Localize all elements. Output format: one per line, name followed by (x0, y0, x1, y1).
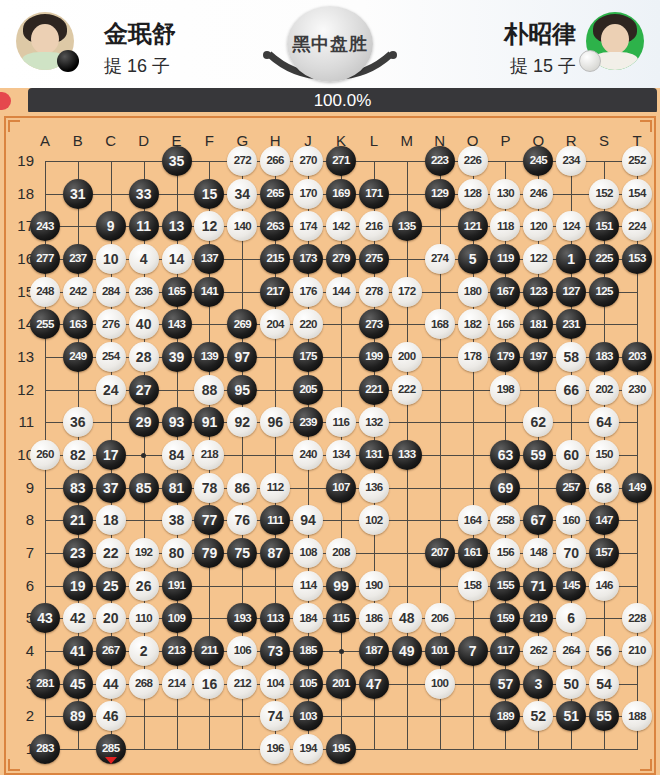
stone-C9: 37 (96, 473, 126, 503)
stone-L8: 102 (359, 505, 389, 535)
left-avatar-face (31, 24, 59, 54)
column-label-L: L (363, 130, 385, 152)
stone-F17: 12 (194, 211, 224, 241)
header: 金珉舒 提 16 子 黑中盘胜 朴昭律 提 15 子 (0, 0, 660, 88)
stone-B11: 36 (63, 407, 93, 437)
stone-N3: 100 (425, 669, 455, 699)
stone-D12: 27 (129, 375, 159, 405)
stone-S10: 150 (589, 440, 619, 470)
stone-C1: 285 (96, 734, 126, 764)
stone-L4: 187 (359, 636, 389, 666)
stone-K6: 99 (326, 571, 356, 601)
stone-O4: 7 (458, 636, 488, 666)
stone-D13: 28 (129, 342, 159, 372)
stone-M12: 222 (392, 375, 422, 405)
stone-F10: 218 (194, 440, 224, 470)
stone-E3: 214 (162, 669, 192, 699)
left-player-name: 金珉舒 (104, 18, 176, 50)
stone-S15: 125 (589, 277, 619, 307)
row-label-2: 2 (4, 705, 34, 727)
stone-N7: 207 (425, 538, 455, 568)
stone-G12: 95 (227, 375, 257, 405)
stone-D7: 192 (129, 538, 159, 568)
stone-T2: 188 (622, 701, 652, 731)
stone-O6: 158 (458, 571, 488, 601)
stone-P2: 189 (490, 701, 520, 731)
stone-C10: 17 (96, 440, 126, 470)
stone-A1: 283 (30, 734, 60, 764)
right-player-name: 朴昭律 (420, 18, 576, 50)
stone-G14: 269 (227, 309, 257, 339)
stone-B8: 21 (63, 505, 93, 535)
stone-Q6: 71 (523, 571, 553, 601)
stone-P5: 159 (490, 603, 520, 633)
stone-D14: 40 (129, 309, 159, 339)
row-label-13: 13 (4, 346, 34, 368)
winrate-value: 100.0% (314, 91, 372, 111)
stone-Q4: 262 (523, 636, 553, 666)
stone-T18: 154 (622, 179, 652, 209)
stone-O16: 5 (458, 244, 488, 274)
stone-P9: 69 (490, 473, 520, 503)
white-stone-indicator-icon (579, 50, 601, 72)
stone-C5: 20 (96, 603, 126, 633)
stone-C8: 18 (96, 505, 126, 535)
stone-S17: 151 (589, 211, 619, 241)
stone-D18: 33 (129, 179, 159, 209)
stone-K10: 134 (326, 440, 356, 470)
stone-Q11: 62 (523, 407, 553, 437)
stone-F16: 137 (194, 244, 224, 274)
stone-N19: 223 (425, 146, 455, 176)
column-label-F: F (198, 130, 220, 152)
stone-L10: 131 (359, 440, 389, 470)
stone-Q19: 245 (523, 146, 553, 176)
stone-C14: 276 (96, 309, 126, 339)
stone-D6: 26 (129, 571, 159, 601)
stone-J8: 94 (293, 505, 323, 535)
stone-Q2: 52 (523, 701, 553, 731)
stone-A10: 260 (30, 440, 60, 470)
stone-S13: 183 (589, 342, 619, 372)
stone-O19: 226 (458, 146, 488, 176)
stone-F7: 79 (194, 538, 224, 568)
stone-A15: 248 (30, 277, 60, 307)
stone-J14: 220 (293, 309, 323, 339)
stone-H17: 263 (260, 211, 290, 241)
stone-D17: 11 (129, 211, 159, 241)
stone-Q14: 181 (523, 309, 553, 339)
stone-G19: 272 (227, 146, 257, 176)
stone-J3: 105 (293, 669, 323, 699)
stone-K5: 115 (326, 603, 356, 633)
last-move-marker (105, 757, 117, 764)
stone-N16: 274 (425, 244, 455, 274)
stone-H15: 217 (260, 277, 290, 307)
stone-G9: 86 (227, 473, 257, 503)
stone-K3: 201 (326, 669, 356, 699)
stone-T19: 252 (622, 146, 652, 176)
stone-S2: 55 (589, 701, 619, 731)
stone-B16: 237 (63, 244, 93, 274)
stone-T5: 228 (622, 603, 652, 633)
stone-E13: 39 (162, 342, 192, 372)
stone-E4: 213 (162, 636, 192, 666)
column-label-M: M (396, 130, 418, 152)
stone-H18: 265 (260, 179, 290, 209)
result-badge: 黑中盘胜 (287, 6, 373, 82)
stone-G8: 76 (227, 505, 257, 535)
stone-J19: 270 (293, 146, 323, 176)
stone-P14: 166 (490, 309, 520, 339)
stone-K9: 107 (326, 473, 356, 503)
stone-E5: 109 (162, 603, 192, 633)
stone-R19: 234 (556, 146, 586, 176)
stone-R8: 160 (556, 505, 586, 535)
stone-J16: 173 (293, 244, 323, 274)
stone-P17: 118 (490, 211, 520, 241)
stone-R14: 231 (556, 309, 586, 339)
stone-J17: 174 (293, 211, 323, 241)
stone-R16: 1 (556, 244, 586, 274)
stone-K16: 279 (326, 244, 356, 274)
stone-L15: 278 (359, 277, 389, 307)
stone-G4: 106 (227, 636, 257, 666)
stone-F18: 15 (194, 179, 224, 209)
stone-Q8: 67 (523, 505, 553, 535)
stone-B9: 83 (63, 473, 93, 503)
stone-H8: 111 (260, 505, 290, 535)
stone-K15: 144 (326, 277, 356, 307)
stone-D15: 236 (129, 277, 159, 307)
stone-E16: 14 (162, 244, 192, 274)
stone-C7: 22 (96, 538, 126, 568)
column-label-P: P (494, 130, 516, 152)
stone-B5: 42 (63, 603, 93, 633)
stone-T12: 230 (622, 375, 652, 405)
stone-N14: 168 (425, 309, 455, 339)
stone-D3: 268 (129, 669, 159, 699)
stone-E10: 84 (162, 440, 192, 470)
stone-B6: 19 (63, 571, 93, 601)
stone-C3: 44 (96, 669, 126, 699)
stone-J10: 240 (293, 440, 323, 470)
stone-L12: 221 (359, 375, 389, 405)
stone-S3: 54 (589, 669, 619, 699)
stone-A14: 255 (30, 309, 60, 339)
stone-F13: 139 (194, 342, 224, 372)
stone-P12: 198 (490, 375, 520, 405)
stone-B7: 23 (63, 538, 93, 568)
stone-H9: 112 (260, 473, 290, 503)
stone-D9: 85 (129, 473, 159, 503)
stone-D5: 110 (129, 603, 159, 633)
stone-G13: 97 (227, 342, 257, 372)
stone-H11: 96 (260, 407, 290, 437)
stone-B10: 82 (63, 440, 93, 470)
stone-G17: 140 (227, 211, 257, 241)
row-label-12: 12 (4, 379, 34, 401)
stone-E9: 81 (162, 473, 192, 503)
result-text: 黑中盘胜 (292, 32, 368, 56)
stone-E11: 93 (162, 407, 192, 437)
stone-Q10: 59 (523, 440, 553, 470)
stone-O18: 128 (458, 179, 488, 209)
stone-C6: 25 (96, 571, 126, 601)
stone-B3: 45 (63, 669, 93, 699)
stone-B18: 31 (63, 179, 93, 209)
star-point (339, 649, 344, 654)
stone-H3: 104 (260, 669, 290, 699)
stone-F11: 91 (194, 407, 224, 437)
stone-H2: 74 (260, 701, 290, 731)
frame-corner (8, 120, 20, 132)
go-board[interactable]: ABCDEFGHJKLMNOPQRST191817161514131211109… (0, 112, 660, 775)
stone-R15: 127 (556, 277, 586, 307)
stone-S4: 56 (589, 636, 619, 666)
stone-M5: 48 (392, 603, 422, 633)
stone-C2: 46 (96, 701, 126, 731)
stone-J13: 175 (293, 342, 323, 372)
black-stone-indicator-icon (57, 50, 79, 72)
row-label-8: 8 (4, 509, 34, 531)
stone-K18: 169 (326, 179, 356, 209)
frame-corner (640, 759, 652, 771)
stone-F12: 88 (194, 375, 224, 405)
stone-H1: 196 (260, 734, 290, 764)
stone-E6: 191 (162, 571, 192, 601)
stone-R2: 51 (556, 701, 586, 731)
stone-T9: 149 (622, 473, 652, 503)
stone-L17: 216 (359, 211, 389, 241)
column-label-A: A (34, 130, 56, 152)
stone-C17: 9 (96, 211, 126, 241)
stone-C4: 267 (96, 636, 126, 666)
stone-Q3: 3 (523, 669, 553, 699)
stone-R3: 50 (556, 669, 586, 699)
stone-M15: 172 (392, 277, 422, 307)
stone-B2: 89 (63, 701, 93, 731)
stone-N4: 101 (425, 636, 455, 666)
stone-L13: 199 (359, 342, 389, 372)
frame-corner (8, 759, 20, 771)
stone-J5: 184 (293, 603, 323, 633)
stone-T17: 224 (622, 211, 652, 241)
stone-P7: 156 (490, 538, 520, 568)
stone-R13: 58 (556, 342, 586, 372)
stone-O13: 178 (458, 342, 488, 372)
stone-P3: 57 (490, 669, 520, 699)
stone-Q15: 123 (523, 277, 553, 307)
stone-O7: 161 (458, 538, 488, 568)
stone-A17: 243 (30, 211, 60, 241)
stone-G7: 75 (227, 538, 257, 568)
stone-H5: 113 (260, 603, 290, 633)
stone-E14: 143 (162, 309, 192, 339)
stone-G3: 212 (227, 669, 257, 699)
stone-A3: 281 (30, 669, 60, 699)
stone-J6: 114 (293, 571, 323, 601)
stone-M17: 135 (392, 211, 422, 241)
stone-R17: 124 (556, 211, 586, 241)
stone-E8: 38 (162, 505, 192, 535)
stone-H16: 215 (260, 244, 290, 274)
stone-Q5: 219 (523, 603, 553, 633)
column-label-C: C (100, 130, 122, 152)
row-label-6: 6 (4, 575, 34, 597)
stone-P15: 167 (490, 277, 520, 307)
stone-J12: 205 (293, 375, 323, 405)
stone-L16: 275 (359, 244, 389, 274)
stone-R5: 6 (556, 603, 586, 633)
stone-L5: 186 (359, 603, 389, 633)
stone-R7: 70 (556, 538, 586, 568)
stone-B4: 41 (63, 636, 93, 666)
stone-E15: 165 (162, 277, 192, 307)
row-label-11: 11 (4, 411, 34, 433)
row-label-7: 7 (4, 542, 34, 564)
stone-S9: 68 (589, 473, 619, 503)
stone-T4: 210 (622, 636, 652, 666)
stone-O17: 121 (458, 211, 488, 241)
stone-R10: 60 (556, 440, 586, 470)
stone-L6: 190 (359, 571, 389, 601)
stone-Q16: 122 (523, 244, 553, 274)
column-label-B: B (67, 130, 89, 152)
stone-C12: 24 (96, 375, 126, 405)
stone-K17: 142 (326, 211, 356, 241)
row-label-18: 18 (4, 183, 34, 205)
stone-Q13: 197 (523, 342, 553, 372)
stone-H7: 87 (260, 538, 290, 568)
stone-B15: 242 (63, 277, 93, 307)
stone-S12: 202 (589, 375, 619, 405)
stone-F15: 141 (194, 277, 224, 307)
stone-J18: 170 (293, 179, 323, 209)
stone-J2: 103 (293, 701, 323, 731)
stone-D11: 29 (129, 407, 159, 437)
stone-P6: 155 (490, 571, 520, 601)
stone-T13: 203 (622, 342, 652, 372)
stone-K19: 271 (326, 146, 356, 176)
stone-F3: 16 (194, 669, 224, 699)
stone-L18: 171 (359, 179, 389, 209)
stone-J15: 176 (293, 277, 323, 307)
stone-P13: 179 (490, 342, 520, 372)
stone-E17: 13 (162, 211, 192, 241)
stone-F9: 78 (194, 473, 224, 503)
stone-O15: 180 (458, 277, 488, 307)
stone-P10: 63 (490, 440, 520, 470)
stone-G11: 92 (227, 407, 257, 437)
stone-K7: 208 (326, 538, 356, 568)
stone-D16: 4 (129, 244, 159, 274)
stone-G18: 34 (227, 179, 257, 209)
stone-L14: 273 (359, 309, 389, 339)
stone-J1: 194 (293, 734, 323, 764)
go-game-record-screen: 金珉舒 提 16 子 黑中盘胜 朴昭律 提 15 子 100.0% ABCDEF… (0, 0, 660, 775)
winrate-bar: 100.0% (28, 88, 657, 114)
stone-L3: 47 (359, 669, 389, 699)
stone-P18: 130 (490, 179, 520, 209)
stone-L9: 136 (359, 473, 389, 503)
stone-R9: 257 (556, 473, 586, 503)
star-point (141, 453, 146, 458)
stone-S18: 152 (589, 179, 619, 209)
stone-P8: 258 (490, 505, 520, 535)
stone-F4: 211 (194, 636, 224, 666)
stone-J11: 239 (293, 407, 323, 437)
white-winrate-remnant (0, 92, 11, 110)
stone-S7: 157 (589, 538, 619, 568)
row-label-9: 9 (4, 477, 34, 499)
stone-Q7: 148 (523, 538, 553, 568)
stone-O8: 164 (458, 505, 488, 535)
row-label-4: 4 (4, 640, 34, 662)
stone-M4: 49 (392, 636, 422, 666)
stone-C15: 284 (96, 277, 126, 307)
stone-R6: 145 (556, 571, 586, 601)
stone-O14: 182 (458, 309, 488, 339)
stone-C16: 10 (96, 244, 126, 274)
stone-A16: 277 (30, 244, 60, 274)
stone-L11: 132 (359, 407, 389, 437)
stone-N18: 129 (425, 179, 455, 209)
stone-B14: 163 (63, 309, 93, 339)
stone-Q17: 120 (523, 211, 553, 241)
stone-N5: 206 (425, 603, 455, 633)
stone-E7: 80 (162, 538, 192, 568)
stone-M10: 133 (392, 440, 422, 470)
stone-S8: 147 (589, 505, 619, 535)
right-player-captures: 提 15 子 (420, 54, 576, 78)
stone-S6: 146 (589, 571, 619, 601)
column-label-S: S (593, 130, 615, 152)
stone-T16: 153 (622, 244, 652, 274)
stone-F8: 77 (194, 505, 224, 535)
right-avatar-face (601, 24, 629, 54)
stone-H4: 73 (260, 636, 290, 666)
stone-D4: 2 (129, 636, 159, 666)
stone-A5: 43 (30, 603, 60, 633)
column-label-D: D (133, 130, 155, 152)
left-player-captures: 提 16 子 (104, 54, 170, 78)
stone-H19: 266 (260, 146, 290, 176)
stone-K1: 195 (326, 734, 356, 764)
stone-C13: 254 (96, 342, 126, 372)
stone-J7: 108 (293, 538, 323, 568)
stone-E19: 35 (162, 146, 192, 176)
row-label-19: 19 (4, 150, 34, 172)
stone-J4: 185 (293, 636, 323, 666)
stone-M13: 200 (392, 342, 422, 372)
stone-H14: 204 (260, 309, 290, 339)
stone-S11: 64 (589, 407, 619, 437)
stone-B13: 249 (63, 342, 93, 372)
stone-Q18: 246 (523, 179, 553, 209)
stone-R12: 66 (556, 375, 586, 405)
stone-S16: 225 (589, 244, 619, 274)
stone-K11: 116 (326, 407, 356, 437)
stone-P4: 117 (490, 636, 520, 666)
stone-P16: 119 (490, 244, 520, 274)
stone-R4: 264 (556, 636, 586, 666)
stone-G5: 193 (227, 603, 257, 633)
